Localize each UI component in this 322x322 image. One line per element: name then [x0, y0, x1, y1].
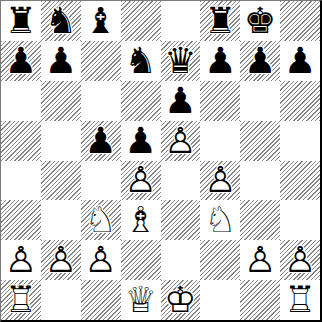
black-pawn: ♟ [121, 121, 161, 161]
square-f5[interactable] [200, 121, 240, 161]
white-pawn-fill: ♟ [81, 240, 121, 280]
chess-board: ♜♞♝♜♚♟♟♞♛♟♟♟♟♟♟♟♙♟♙♟♙♞♘♝♗♞♘♟♙♟♙♟♙♟♙♟♙♜♖♛… [0, 0, 322, 322]
square-h6[interactable] [280, 81, 320, 121]
square-e2[interactable] [161, 240, 201, 280]
square-f3[interactable]: ♞♘ [200, 200, 240, 240]
white-pawn-fill: ♟ [200, 161, 240, 201]
square-e6[interactable]: ♟ [161, 81, 201, 121]
square-e3[interactable] [161, 200, 201, 240]
square-e1[interactable]: ♚♔ [161, 280, 201, 320]
square-a3[interactable] [1, 200, 41, 240]
square-h3[interactable] [280, 200, 320, 240]
white-pawn: ♙ [1, 240, 41, 280]
square-b5[interactable] [41, 121, 81, 161]
square-f1[interactable] [200, 280, 240, 320]
white-pawn: ♙ [280, 240, 320, 280]
black-pawn: ♟ [161, 81, 201, 121]
black-knight: ♞ [121, 41, 161, 81]
square-a1[interactable]: ♜♖ [1, 280, 41, 320]
square-f6[interactable] [200, 81, 240, 121]
square-c3[interactable]: ♞♘ [81, 200, 121, 240]
white-pawn: ♙ [41, 240, 81, 280]
square-b4[interactable] [41, 161, 81, 201]
square-h2[interactable]: ♟♙ [280, 240, 320, 280]
black-pawn: ♟ [280, 41, 320, 81]
square-h4[interactable] [280, 161, 320, 201]
black-queen: ♛ [161, 41, 201, 81]
square-g1[interactable] [240, 280, 280, 320]
square-a4[interactable] [1, 161, 41, 201]
white-pawn-fill: ♟ [41, 240, 81, 280]
square-e5[interactable]: ♟♙ [161, 121, 201, 161]
square-f8[interactable]: ♜ [200, 1, 240, 41]
square-g6[interactable] [240, 81, 280, 121]
white-pawn: ♙ [200, 161, 240, 201]
square-b3[interactable] [41, 200, 81, 240]
square-a5[interactable] [1, 121, 41, 161]
square-h5[interactable] [280, 121, 320, 161]
white-rook: ♖ [280, 280, 320, 320]
square-b1[interactable] [41, 280, 81, 320]
square-f4[interactable]: ♟♙ [200, 161, 240, 201]
square-a6[interactable] [1, 81, 41, 121]
square-e4[interactable] [161, 161, 201, 201]
square-d6[interactable] [121, 81, 161, 121]
square-a2[interactable]: ♟♙ [1, 240, 41, 280]
square-g8[interactable]: ♚ [240, 1, 280, 41]
square-g5[interactable] [240, 121, 280, 161]
white-pawn-fill: ♟ [240, 240, 280, 280]
square-b7[interactable]: ♟ [41, 41, 81, 81]
square-b6[interactable] [41, 81, 81, 121]
white-knight: ♘ [81, 200, 121, 240]
square-c8[interactable]: ♝ [81, 1, 121, 41]
square-c2[interactable]: ♟♙ [81, 240, 121, 280]
white-knight-fill: ♞ [81, 200, 121, 240]
white-queen: ♕ [121, 280, 161, 320]
square-g4[interactable] [240, 161, 280, 201]
black-king: ♚ [240, 1, 280, 41]
square-c5[interactable]: ♟ [81, 121, 121, 161]
black-rook: ♜ [200, 1, 240, 41]
square-g7[interactable]: ♟ [240, 41, 280, 81]
white-rook-fill: ♜ [1, 280, 41, 320]
white-pawn: ♙ [81, 240, 121, 280]
white-pawn-fill: ♟ [121, 161, 161, 201]
square-h1[interactable]: ♜♖ [280, 280, 320, 320]
square-d8[interactable] [121, 1, 161, 41]
square-e8[interactable] [161, 1, 201, 41]
square-d2[interactable] [121, 240, 161, 280]
square-b2[interactable]: ♟♙ [41, 240, 81, 280]
white-pawn: ♙ [161, 121, 201, 161]
chess-diagram: ♜♞♝♜♚♟♟♞♛♟♟♟♟♟♟♟♙♟♙♟♙♞♘♝♗♞♘♟♙♟♙♟♙♟♙♟♙♜♖♛… [0, 0, 322, 322]
black-pawn: ♟ [240, 41, 280, 81]
black-knight: ♞ [41, 1, 81, 41]
white-pawn: ♙ [240, 240, 280, 280]
white-pawn-fill: ♟ [1, 240, 41, 280]
black-pawn: ♟ [81, 121, 121, 161]
white-king-fill: ♚ [161, 280, 201, 320]
black-bishop: ♝ [81, 1, 121, 41]
square-h8[interactable] [280, 1, 320, 41]
white-knight: ♘ [200, 200, 240, 240]
square-b8[interactable]: ♞ [41, 1, 81, 41]
white-rook: ♖ [1, 280, 41, 320]
white-bishop-fill: ♝ [121, 200, 161, 240]
white-queen-fill: ♛ [121, 280, 161, 320]
black-pawn: ♟ [41, 41, 81, 81]
black-rook: ♜ [1, 1, 41, 41]
square-c4[interactable] [81, 161, 121, 201]
square-c7[interactable] [81, 41, 121, 81]
square-d4[interactable]: ♟♙ [121, 161, 161, 201]
square-d5[interactable]: ♟ [121, 121, 161, 161]
white-king: ♔ [161, 280, 201, 320]
square-f7[interactable]: ♟ [200, 41, 240, 81]
white-pawn-fill: ♟ [161, 121, 201, 161]
white-knight-fill: ♞ [200, 200, 240, 240]
white-rook-fill: ♜ [280, 280, 320, 320]
square-d7[interactable]: ♞ [121, 41, 161, 81]
black-pawn: ♟ [1, 41, 41, 81]
square-d3[interactable]: ♝♗ [121, 200, 161, 240]
white-pawn-fill: ♟ [280, 240, 320, 280]
black-pawn: ♟ [200, 41, 240, 81]
square-g2[interactable]: ♟♙ [240, 240, 280, 280]
white-bishop: ♗ [121, 200, 161, 240]
white-pawn: ♙ [121, 161, 161, 201]
square-d1[interactable]: ♛♕ [121, 280, 161, 320]
square-a7[interactable]: ♟ [1, 41, 41, 81]
square-c1[interactable] [81, 280, 121, 320]
square-a8[interactable]: ♜ [1, 1, 41, 41]
square-c6[interactable] [81, 81, 121, 121]
square-e7[interactable]: ♛ [161, 41, 201, 81]
square-g3[interactable] [240, 200, 280, 240]
square-f2[interactable] [200, 240, 240, 280]
square-h7[interactable]: ♟ [280, 41, 320, 81]
